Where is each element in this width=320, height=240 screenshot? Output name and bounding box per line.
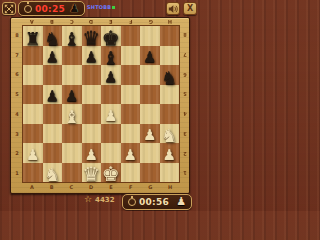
- white-clock-panel: 00:56 ♟: [122, 194, 192, 210]
- coord-label: A: [22, 19, 42, 25]
- square-h3[interactable]: ♞: [160, 124, 180, 144]
- square-h1[interactable]: [160, 163, 180, 183]
- coord-label: G: [141, 19, 161, 25]
- coord-label: 7: [181, 45, 189, 65]
- square-a3[interactable]: [23, 124, 43, 144]
- coord-label: C: [62, 184, 82, 191]
- coord-label: C: [62, 19, 82, 25]
- coord-label: G: [141, 184, 161, 191]
- stopwatch-icon: [128, 198, 136, 206]
- piece-black-pawn[interactable]: ♟: [85, 51, 98, 64]
- square-f8[interactable]: [121, 26, 141, 46]
- black-pawn-icon: ♟: [69, 4, 79, 14]
- square-c4[interactable]: ♝: [62, 104, 82, 124]
- square-a5[interactable]: [23, 85, 43, 105]
- square-g1[interactable]: [140, 163, 160, 183]
- close-x-icon: X: [187, 5, 193, 13]
- logo-green-dot-icon: [112, 6, 115, 9]
- piece-black-pawn[interactable]: ♟: [143, 51, 156, 64]
- coord-label: B: [42, 19, 62, 25]
- square-c8[interactable]: ♝: [62, 26, 82, 46]
- square-b4[interactable]: [43, 104, 63, 124]
- square-d2[interactable]: ♟: [82, 143, 102, 163]
- piece-white-pawn[interactable]: ♟: [104, 110, 117, 123]
- square-b3[interactable]: [43, 124, 63, 144]
- square-h8[interactable]: [160, 26, 180, 46]
- speaker-icon: [168, 4, 178, 14]
- piece-black-queen[interactable]: ♛: [82, 32, 100, 45]
- square-f1[interactable]: [121, 163, 141, 183]
- coord-label: 3: [181, 124, 189, 144]
- piece-white-knight[interactable]: ♞: [44, 168, 60, 181]
- square-g7[interactable]: ♟: [140, 46, 160, 66]
- square-c6[interactable]: [62, 65, 82, 85]
- piece-black-knight[interactable]: ♞: [44, 32, 60, 45]
- piece-white-pawn[interactable]: ♟: [85, 149, 98, 162]
- piece-white-pawn[interactable]: ♟: [124, 149, 137, 162]
- chess-board-frame: ABCDEFGH 87654321 87654321 ABCDEFGH ♜♞♝♛…: [10, 17, 190, 194]
- square-b5[interactable]: ♟: [43, 85, 63, 105]
- white-pawn-icon: ♟: [176, 197, 186, 207]
- square-f4[interactable]: [121, 104, 141, 124]
- square-g2[interactable]: [140, 143, 160, 163]
- piece-black-king[interactable]: ♚: [102, 32, 120, 45]
- square-e5[interactable]: [101, 85, 121, 105]
- square-g5[interactable]: [140, 85, 160, 105]
- coord-label: 4: [181, 104, 189, 124]
- square-h4[interactable]: [160, 104, 180, 124]
- square-d6[interactable]: [82, 65, 102, 85]
- piece-white-pawn[interactable]: ♟: [163, 149, 176, 162]
- square-d4[interactable]: [82, 104, 102, 124]
- square-g6[interactable]: [140, 65, 160, 85]
- piece-black-rook[interactable]: ♜: [25, 32, 41, 45]
- piece-black-knight[interactable]: ♞: [161, 71, 177, 84]
- score-value: 4432: [95, 196, 114, 204]
- square-a2[interactable]: ♟: [23, 143, 43, 163]
- coord-label: 3: [13, 124, 21, 144]
- piece-white-pawn[interactable]: ♟: [26, 149, 39, 162]
- square-f7[interactable]: [121, 46, 141, 66]
- piece-white-bishop[interactable]: ♝: [64, 110, 80, 123]
- score-display: ☆ 4432: [84, 195, 115, 204]
- piece-white-queen[interactable]: ♛: [82, 168, 100, 181]
- square-b2[interactable]: [43, 143, 63, 163]
- coord-label: 6: [13, 65, 21, 85]
- coord-label: 1: [181, 163, 189, 183]
- piece-black-bishop[interactable]: ♝: [64, 32, 80, 45]
- piece-white-king[interactable]: ♚: [102, 168, 120, 181]
- square-a4[interactable]: [23, 104, 43, 124]
- coord-label: A: [22, 184, 42, 191]
- coord-label: 2: [181, 144, 189, 164]
- square-a1[interactable]: [23, 163, 43, 183]
- coord-label: H: [160, 19, 180, 25]
- square-c5[interactable]: ♟: [62, 85, 82, 105]
- piece-black-pawn[interactable]: ♟: [65, 90, 78, 103]
- chess-board: ♜♞♝♛♚♟♟♝♟♟♞♟♟♝♟♟♞♟♟♟♟♞♛♚: [22, 25, 180, 183]
- fullscreen-button[interactable]: [2, 2, 16, 15]
- square-e2[interactable]: [101, 143, 121, 163]
- coord-label: 5: [13, 84, 21, 104]
- square-c2[interactable]: [62, 143, 82, 163]
- black-clock-panel: 00:25 ♟: [18, 1, 85, 16]
- logo: SHTOBB: [87, 4, 115, 10]
- square-f2[interactable]: ♟: [121, 143, 141, 163]
- square-c1[interactable]: [62, 163, 82, 183]
- black-time: 00:25: [35, 4, 65, 14]
- square-e8[interactable]: ♚: [101, 26, 121, 46]
- square-f5[interactable]: [121, 85, 141, 105]
- logo-text: SHTOBB: [87, 4, 111, 10]
- stopwatch-icon: [24, 5, 32, 13]
- square-e3[interactable]: [101, 124, 121, 144]
- coord-label: H: [160, 184, 180, 191]
- square-g3[interactable]: ♟: [140, 124, 160, 144]
- square-h7[interactable]: [160, 46, 180, 66]
- piece-black-pawn[interactable]: ♟: [46, 90, 59, 103]
- square-e1[interactable]: ♚: [101, 163, 121, 183]
- white-time: 00:56: [139, 197, 169, 207]
- coord-label: 2: [13, 144, 21, 164]
- piece-black-pawn[interactable]: ♟: [104, 71, 117, 84]
- piece-white-knight[interactable]: ♞: [161, 129, 177, 142]
- piece-black-pawn[interactable]: ♟: [46, 51, 59, 64]
- coord-label: F: [121, 19, 141, 25]
- coord-label: 6: [181, 65, 189, 85]
- square-h6[interactable]: ♞: [160, 65, 180, 85]
- coord-label: 8: [13, 25, 21, 45]
- coord-label: 4: [13, 104, 21, 124]
- square-d8[interactable]: ♛: [82, 26, 102, 46]
- star-icon: ☆: [84, 195, 92, 204]
- close-button[interactable]: X: [183, 2, 197, 15]
- coord-label: 5: [181, 84, 189, 104]
- coord-label: E: [101, 19, 121, 25]
- coord-label: 1: [13, 163, 21, 183]
- sound-button[interactable]: [166, 2, 180, 15]
- square-d5[interactable]: [82, 85, 102, 105]
- square-e7[interactable]: ♝: [101, 46, 121, 66]
- square-d3[interactable]: [82, 124, 102, 144]
- square-f3[interactable]: [121, 124, 141, 144]
- square-a6[interactable]: [23, 65, 43, 85]
- piece-black-bishop[interactable]: ♝: [103, 51, 119, 64]
- square-g4[interactable]: [140, 104, 160, 124]
- coord-label: F: [121, 184, 141, 191]
- fullscreen-arrows-icon: [4, 4, 14, 14]
- square-f6[interactable]: [121, 65, 141, 85]
- square-a8[interactable]: ♜: [23, 26, 43, 46]
- coord-label: 7: [13, 45, 21, 65]
- square-e4[interactable]: ♟: [101, 104, 121, 124]
- square-b8[interactable]: ♞: [43, 26, 63, 46]
- coord-label: D: [81, 19, 101, 25]
- square-b1[interactable]: ♞: [43, 163, 63, 183]
- file-labels-bottom: ABCDEFGH: [22, 184, 180, 191]
- piece-white-pawn[interactable]: ♟: [143, 129, 156, 142]
- rank-labels-left: 87654321: [13, 25, 21, 183]
- square-g8[interactable]: [140, 26, 160, 46]
- square-d1[interactable]: ♛: [82, 163, 102, 183]
- square-b6[interactable]: [43, 65, 63, 85]
- file-labels-top: ABCDEFGH: [22, 19, 180, 25]
- rank-labels-right: 87654321: [181, 25, 189, 183]
- coord-label: B: [42, 184, 62, 191]
- coord-label: 8: [181, 25, 189, 45]
